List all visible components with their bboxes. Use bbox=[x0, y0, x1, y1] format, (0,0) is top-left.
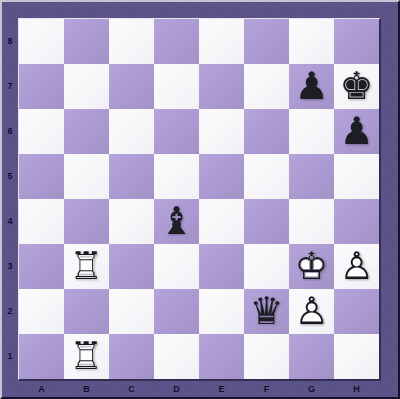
chess-board-window: 87654321 ♟♚♟♝♜♖♚♔♟♙♛♟♙♜♖ ABCDEFGH bbox=[0, 0, 400, 399]
rank-label-1: 1 bbox=[2, 334, 18, 379]
square-d6[interactable] bbox=[154, 109, 199, 154]
square-d7[interactable] bbox=[154, 64, 199, 109]
square-e8[interactable] bbox=[199, 19, 244, 64]
black-bishop-glyph: ♝ bbox=[154, 199, 199, 244]
square-g1[interactable] bbox=[289, 334, 334, 379]
white-pawn-glyph: ♙ bbox=[334, 244, 379, 289]
file-label-f: F bbox=[244, 382, 289, 398]
square-h4[interactable] bbox=[334, 199, 379, 244]
square-h3[interactable]: ♟♙ bbox=[334, 244, 379, 289]
square-d2[interactable] bbox=[154, 289, 199, 334]
square-g8[interactable] bbox=[289, 19, 334, 64]
file-label-d: D bbox=[154, 382, 199, 398]
board: ♟♚♟♝♜♖♚♔♟♙♛♟♙♜♖ bbox=[18, 18, 381, 381]
square-f3[interactable] bbox=[244, 244, 289, 289]
white-pawn-piece[interactable]: ♟♙ bbox=[289, 289, 334, 334]
rank-label-7: 7 bbox=[2, 64, 18, 109]
square-g7[interactable]: ♟ bbox=[289, 64, 334, 109]
square-f6[interactable] bbox=[244, 109, 289, 154]
rank-label-3: 3 bbox=[2, 244, 18, 289]
square-g3[interactable]: ♚♔ bbox=[289, 244, 334, 289]
square-b3[interactable]: ♜♖ bbox=[64, 244, 109, 289]
square-b8[interactable] bbox=[64, 19, 109, 64]
square-e7[interactable] bbox=[199, 64, 244, 109]
white-rook-glyph: ♖ bbox=[64, 244, 109, 289]
square-a7[interactable] bbox=[19, 64, 64, 109]
square-b5[interactable] bbox=[64, 154, 109, 199]
square-d8[interactable] bbox=[154, 19, 199, 64]
square-c7[interactable] bbox=[109, 64, 154, 109]
square-g4[interactable] bbox=[289, 199, 334, 244]
black-pawn-piece[interactable]: ♟ bbox=[334, 109, 379, 154]
square-b6[interactable] bbox=[64, 109, 109, 154]
square-e2[interactable] bbox=[199, 289, 244, 334]
black-king-glyph: ♚ bbox=[334, 64, 379, 109]
square-c2[interactable] bbox=[109, 289, 154, 334]
square-h1[interactable] bbox=[334, 334, 379, 379]
square-d5[interactable] bbox=[154, 154, 199, 199]
square-d4[interactable]: ♝ bbox=[154, 199, 199, 244]
white-rook-piece[interactable]: ♜♖ bbox=[64, 244, 109, 289]
file-label-g: G bbox=[289, 382, 334, 398]
square-g6[interactable] bbox=[289, 109, 334, 154]
square-e3[interactable] bbox=[199, 244, 244, 289]
square-a4[interactable] bbox=[19, 199, 64, 244]
square-a8[interactable] bbox=[19, 19, 64, 64]
square-f7[interactable] bbox=[244, 64, 289, 109]
square-f4[interactable] bbox=[244, 199, 289, 244]
square-d3[interactable] bbox=[154, 244, 199, 289]
rank-label-4: 4 bbox=[2, 199, 18, 244]
white-king-piece[interactable]: ♚♔ bbox=[289, 244, 334, 289]
square-e6[interactable] bbox=[199, 109, 244, 154]
white-pawn-piece[interactable]: ♟♙ bbox=[334, 244, 379, 289]
white-king-glyph: ♔ bbox=[289, 244, 334, 289]
square-f8[interactable] bbox=[244, 19, 289, 64]
file-label-a: A bbox=[19, 382, 64, 398]
white-pawn-glyph: ♙ bbox=[289, 289, 334, 334]
square-c6[interactable] bbox=[109, 109, 154, 154]
rank-labels: 87654321 bbox=[2, 19, 18, 379]
square-h6[interactable]: ♟ bbox=[334, 109, 379, 154]
rank-label-2: 2 bbox=[2, 289, 18, 334]
rank-label-6: 6 bbox=[2, 109, 18, 154]
square-b7[interactable] bbox=[64, 64, 109, 109]
black-pawn-glyph: ♟ bbox=[334, 109, 379, 154]
black-pawn-piece[interactable]: ♟ bbox=[289, 64, 334, 109]
square-e4[interactable] bbox=[199, 199, 244, 244]
file-label-c: C bbox=[109, 382, 154, 398]
file-labels: ABCDEFGH bbox=[19, 382, 379, 398]
square-e1[interactable] bbox=[199, 334, 244, 379]
square-a5[interactable] bbox=[19, 154, 64, 199]
square-h2[interactable] bbox=[334, 289, 379, 334]
square-c5[interactable] bbox=[109, 154, 154, 199]
black-king-piece[interactable]: ♚ bbox=[334, 64, 379, 109]
rank-label-8: 8 bbox=[2, 19, 18, 64]
square-a2[interactable] bbox=[19, 289, 64, 334]
file-label-h: H bbox=[334, 382, 379, 398]
square-b1[interactable]: ♜♖ bbox=[64, 334, 109, 379]
square-d1[interactable] bbox=[154, 334, 199, 379]
black-queen-piece[interactable]: ♛ bbox=[244, 289, 289, 334]
square-c4[interactable] bbox=[109, 199, 154, 244]
square-b2[interactable] bbox=[64, 289, 109, 334]
rank-label-5: 5 bbox=[2, 154, 18, 199]
black-queen-glyph: ♛ bbox=[244, 289, 289, 334]
square-f5[interactable] bbox=[244, 154, 289, 199]
square-a3[interactable] bbox=[19, 244, 64, 289]
square-c1[interactable] bbox=[109, 334, 154, 379]
square-h8[interactable] bbox=[334, 19, 379, 64]
black-pawn-glyph: ♟ bbox=[289, 64, 334, 109]
file-label-e: E bbox=[199, 382, 244, 398]
square-g5[interactable] bbox=[289, 154, 334, 199]
square-f2[interactable]: ♛ bbox=[244, 289, 289, 334]
square-b4[interactable] bbox=[64, 199, 109, 244]
file-label-b: B bbox=[64, 382, 109, 398]
square-f1[interactable] bbox=[244, 334, 289, 379]
square-h5[interactable] bbox=[334, 154, 379, 199]
square-a6[interactable] bbox=[19, 109, 64, 154]
black-bishop-piece[interactable]: ♝ bbox=[154, 199, 199, 244]
square-a1[interactable] bbox=[19, 334, 64, 379]
square-g2[interactable]: ♟♙ bbox=[289, 289, 334, 334]
square-c8[interactable] bbox=[109, 19, 154, 64]
square-e5[interactable] bbox=[199, 154, 244, 199]
white-rook-piece[interactable]: ♜♖ bbox=[64, 334, 109, 379]
square-h7[interactable]: ♚ bbox=[334, 64, 379, 109]
white-rook-glyph: ♖ bbox=[64, 334, 109, 379]
square-c3[interactable] bbox=[109, 244, 154, 289]
